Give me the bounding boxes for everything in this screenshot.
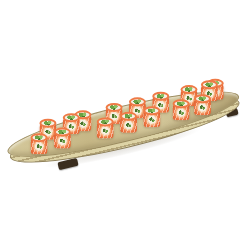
sushi-top-garnish (120, 112, 137, 121)
sushi-top-garnish (143, 106, 160, 115)
food-photo: Sixteen salmon-wrapped sushi rolls (whit… (0, 0, 250, 250)
sushi-piece (143, 106, 160, 127)
sushi-top-garnish (201, 80, 218, 89)
sushi-top-garnish (97, 117, 114, 126)
sushi-piece (97, 117, 114, 138)
sushi-piece (173, 99, 190, 120)
sushi-piece (194, 94, 211, 115)
sushi-piece (31, 133, 48, 154)
sushi-piece (54, 128, 71, 149)
sushi-top-garnish (173, 99, 190, 108)
sushi-top-garnish (180, 85, 197, 94)
sushi-piece (120, 112, 137, 133)
sushi-top-garnish (39, 119, 56, 128)
sushi-top-garnish (54, 128, 71, 137)
sushi-top-garnish (106, 103, 123, 112)
serving-board (2, 73, 246, 181)
sushi-top-garnish (31, 133, 48, 142)
sushi-top-garnish (194, 94, 211, 103)
sushi-top-garnish (152, 92, 169, 101)
sushi-top-garnish (63, 113, 80, 122)
sushi-top-garnish (129, 97, 146, 106)
